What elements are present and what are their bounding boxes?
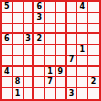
- cell-r8c9-given-2[interactable]: 2: [88, 77, 99, 88]
- cell-r3c2-empty[interactable]: [13, 24, 24, 35]
- cell-r2c8-empty[interactable]: [77, 13, 88, 24]
- cell-r7c5-given-1[interactable]: 1: [45, 67, 56, 78]
- cell-r8c7-empty[interactable]: [67, 77, 78, 88]
- cell-r3c8-empty[interactable]: [77, 24, 88, 35]
- cell-r1c7-empty[interactable]: [67, 2, 78, 13]
- cell-r8c2-given-8[interactable]: 8: [13, 77, 24, 88]
- cell-r8c5-given-7[interactable]: 7: [45, 77, 56, 88]
- cell-r3c3-empty[interactable]: [24, 24, 35, 35]
- cell-r2c9-empty[interactable]: [88, 13, 99, 24]
- cell-r6c6-empty[interactable]: [56, 56, 67, 67]
- cell-r2c7-empty[interactable]: [67, 13, 78, 24]
- cell-r5c2-empty[interactable]: [13, 45, 24, 56]
- cell-r1c5-empty[interactable]: [45, 2, 56, 13]
- cell-r6c3-empty[interactable]: [24, 56, 35, 67]
- cell-r6c7-given-7[interactable]: 7: [67, 56, 78, 67]
- cell-r1c4-given-6[interactable]: 6: [34, 2, 45, 13]
- cell-r5c6-empty[interactable]: [56, 45, 67, 56]
- cell-r3c9-empty[interactable]: [88, 24, 99, 35]
- cell-r4c1-given-6[interactable]: 6: [2, 34, 13, 45]
- cell-r7c1-given-4[interactable]: 4: [2, 67, 13, 78]
- cell-r8c6-empty[interactable]: [56, 77, 67, 88]
- cell-r6c8-empty[interactable]: [77, 56, 88, 67]
- cell-r2c3-empty[interactable]: [24, 13, 35, 24]
- cell-r7c2-empty[interactable]: [13, 67, 24, 78]
- cell-r2c1-empty[interactable]: [2, 13, 13, 24]
- cell-r4c4-given-2[interactable]: 2: [34, 34, 45, 45]
- cell-r9c8-empty[interactable]: [77, 88, 88, 99]
- cell-r8c8-empty[interactable]: [77, 77, 88, 88]
- cell-r9c7-given-3[interactable]: 3: [67, 88, 78, 99]
- cell-r5c8-given-1[interactable]: 1: [77, 45, 88, 56]
- cell-r6c9-empty[interactable]: [88, 56, 99, 67]
- cell-r8c3-empty[interactable]: [24, 77, 35, 88]
- cell-r9c5-empty[interactable]: [45, 88, 56, 99]
- cell-r9c2-given-1[interactable]: 1: [13, 88, 24, 99]
- cell-r3c4-empty[interactable]: [34, 24, 45, 35]
- cell-r2c5-empty[interactable]: [45, 13, 56, 24]
- cell-r3c5-empty[interactable]: [45, 24, 56, 35]
- cell-r9c4-empty[interactable]: [34, 88, 45, 99]
- cell-r5c4-empty[interactable]: [34, 45, 45, 56]
- cell-r4c8-empty[interactable]: [77, 34, 88, 45]
- cell-r3c6-empty[interactable]: [56, 24, 67, 35]
- cell-r4c6-empty[interactable]: [56, 34, 67, 45]
- cell-r8c4-empty[interactable]: [34, 77, 45, 88]
- cell-r1c3-empty[interactable]: [24, 2, 35, 13]
- sudoku-board: 56436321741987213: [0, 0, 101, 101]
- cell-r6c5-empty[interactable]: [45, 56, 56, 67]
- cell-r4c7-empty[interactable]: [67, 34, 78, 45]
- cell-r5c3-empty[interactable]: [24, 45, 35, 56]
- cell-r9c9-empty[interactable]: [88, 88, 99, 99]
- cell-r5c1-empty[interactable]: [2, 45, 13, 56]
- cell-r5c5-empty[interactable]: [45, 45, 56, 56]
- cell-r3c1-empty[interactable]: [2, 24, 13, 35]
- cell-r7c8-empty[interactable]: [77, 67, 88, 78]
- cell-r2c6-empty[interactable]: [56, 13, 67, 24]
- cell-r2c4-given-3[interactable]: 3: [34, 13, 45, 24]
- cell-r6c2-empty[interactable]: [13, 56, 24, 67]
- cell-r5c9-empty[interactable]: [88, 45, 99, 56]
- cell-r7c3-empty[interactable]: [24, 67, 35, 78]
- cell-r6c4-empty[interactable]: [34, 56, 45, 67]
- cell-r7c6-given-9[interactable]: 9: [56, 67, 67, 78]
- cell-r9c3-empty[interactable]: [24, 88, 35, 99]
- cell-r1c2-empty[interactable]: [13, 2, 24, 13]
- cell-r4c5-empty[interactable]: [45, 34, 56, 45]
- cell-r1c8-given-4[interactable]: 4: [77, 2, 88, 13]
- cell-r9c1-empty[interactable]: [2, 88, 13, 99]
- cell-r7c4-empty[interactable]: [34, 67, 45, 78]
- cell-r8c1-empty[interactable]: [2, 77, 13, 88]
- cell-r5c7-empty[interactable]: [67, 45, 78, 56]
- cell-r4c9-empty[interactable]: [88, 34, 99, 45]
- cell-r7c7-empty[interactable]: [67, 67, 78, 78]
- cell-r1c6-empty[interactable]: [56, 2, 67, 13]
- cell-r4c3-given-3[interactable]: 3: [24, 34, 35, 45]
- cell-r9c6-empty[interactable]: [56, 88, 67, 99]
- cell-r1c9-empty[interactable]: [88, 2, 99, 13]
- cell-r7c9-empty[interactable]: [88, 67, 99, 78]
- cell-r3c7-empty[interactable]: [67, 24, 78, 35]
- cell-r1c1-given-5[interactable]: 5: [2, 2, 13, 13]
- cell-r2c2-empty[interactable]: [13, 13, 24, 24]
- cell-r4c2-empty[interactable]: [13, 34, 24, 45]
- cell-r6c1-empty[interactable]: [2, 56, 13, 67]
